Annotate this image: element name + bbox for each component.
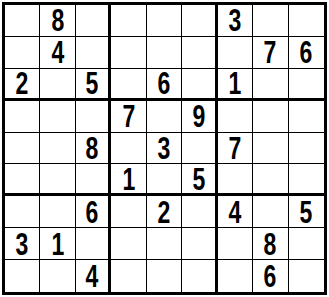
cell-r9c7[interactable] [218, 260, 253, 292]
cell-r6c7[interactable] [218, 164, 253, 196]
given-digit: 3 [158, 133, 171, 164]
cell-r8c4[interactable] [111, 228, 146, 260]
cell-r7c8[interactable] [253, 196, 288, 228]
given-digit: 5 [300, 196, 313, 227]
cell-r6c5[interactable] [147, 164, 182, 196]
sudoku-board: 8347625617983715624531846 [2, 2, 327, 295]
cell-r8c1[interactable]: 3 [5, 228, 40, 260]
cell-r9c4[interactable] [111, 260, 146, 292]
cell-r9c2[interactable] [40, 260, 75, 292]
cell-r3c4[interactable] [111, 69, 146, 101]
cell-r3c7[interactable]: 1 [218, 69, 253, 101]
given-digit: 6 [300, 37, 313, 68]
cell-r7c1[interactable] [5, 196, 40, 228]
cell-r4c8[interactable] [253, 101, 288, 133]
cell-r3c8[interactable] [253, 69, 288, 101]
cell-r1c6[interactable] [182, 5, 217, 37]
cell-r3c9[interactable] [289, 69, 324, 101]
cell-r7c2[interactable] [40, 196, 75, 228]
cell-r5c3[interactable]: 8 [76, 133, 111, 165]
cell-r8c7[interactable] [218, 228, 253, 260]
cell-r9c9[interactable] [289, 260, 324, 292]
cell-r7c9[interactable]: 5 [289, 196, 324, 228]
cell-r5c2[interactable] [40, 133, 75, 165]
cell-r1c8[interactable] [253, 5, 288, 37]
cell-r9c5[interactable] [147, 260, 182, 292]
cell-r7c3[interactable]: 6 [76, 196, 111, 228]
given-digit: 5 [86, 69, 99, 99]
cell-r5c4[interactable] [111, 133, 146, 165]
given-digit: 5 [192, 164, 205, 194]
cell-r8c2[interactable]: 1 [40, 228, 75, 260]
given-digit: 3 [16, 228, 29, 259]
cell-r2c3[interactable] [76, 37, 111, 69]
cell-r4c3[interactable] [76, 101, 111, 133]
cell-r7c5[interactable]: 2 [147, 196, 182, 228]
given-digit: 8 [264, 228, 277, 259]
cell-r3c2[interactable] [40, 69, 75, 101]
cell-r2c7[interactable] [218, 37, 253, 69]
cell-r5c1[interactable] [5, 133, 40, 165]
cell-r6c1[interactable] [5, 164, 40, 196]
cell-r5c6[interactable] [182, 133, 217, 165]
cell-r7c7[interactable]: 4 [218, 196, 253, 228]
cell-r2c9[interactable]: 6 [289, 37, 324, 69]
cell-r5c5[interactable]: 3 [147, 133, 182, 165]
given-digit: 2 [158, 196, 171, 227]
given-digit: 1 [51, 228, 64, 259]
cell-r1c2[interactable]: 8 [40, 5, 75, 37]
sudoku-puzzle: 8347625617983715624531846 [0, 0, 329, 297]
cell-r2c1[interactable] [5, 37, 40, 69]
cell-r3c3[interactable]: 5 [76, 69, 111, 101]
cell-r8c9[interactable] [289, 228, 324, 260]
cell-r4c1[interactable] [5, 101, 40, 133]
given-digit: 2 [16, 69, 29, 99]
cell-r2c2[interactable]: 4 [40, 37, 75, 69]
cell-r4c9[interactable] [289, 101, 324, 133]
given-digit: 7 [264, 37, 277, 68]
given-digit: 4 [86, 260, 99, 292]
cell-r1c4[interactable] [111, 5, 146, 37]
given-digit: 8 [86, 133, 99, 164]
cell-r2c8[interactable]: 7 [253, 37, 288, 69]
cell-r6c6[interactable]: 5 [182, 164, 217, 196]
cell-r1c9[interactable] [289, 5, 324, 37]
given-digit: 4 [51, 37, 64, 68]
cell-r4c4[interactable]: 7 [111, 101, 146, 133]
cell-r3c6[interactable] [182, 69, 217, 101]
cell-r1c5[interactable] [147, 5, 182, 37]
given-digit: 1 [228, 69, 241, 99]
cell-r4c6[interactable]: 9 [182, 101, 217, 133]
cell-r9c6[interactable] [182, 260, 217, 292]
cell-r5c8[interactable] [253, 133, 288, 165]
given-digit: 1 [122, 164, 135, 194]
cell-r2c5[interactable] [147, 37, 182, 69]
cell-r1c7[interactable]: 3 [218, 5, 253, 37]
given-digit: 6 [264, 260, 277, 292]
cell-r9c8[interactable]: 6 [253, 260, 288, 292]
cell-r8c3[interactable] [76, 228, 111, 260]
cell-r4c7[interactable] [218, 101, 253, 133]
cell-r9c3[interactable]: 4 [76, 260, 111, 292]
cell-r5c9[interactable] [289, 133, 324, 165]
given-digit: 6 [158, 69, 171, 99]
cell-r9c1[interactable] [5, 260, 40, 292]
given-digit: 8 [51, 5, 64, 36]
cell-r4c2[interactable] [40, 101, 75, 133]
given-digit: 6 [86, 196, 99, 227]
cell-r6c9[interactable] [289, 164, 324, 196]
cell-r2c6[interactable] [182, 37, 217, 69]
cell-r3c1[interactable]: 2 [5, 69, 40, 101]
cell-r2c4[interactable] [111, 37, 146, 69]
given-digit: 7 [122, 101, 135, 132]
given-digit: 3 [228, 5, 241, 36]
cell-r1c3[interactable] [76, 5, 111, 37]
cell-r7c4[interactable] [111, 196, 146, 228]
cell-r8c6[interactable] [182, 228, 217, 260]
cell-r6c4[interactable]: 1 [111, 164, 146, 196]
cell-r5c7[interactable]: 7 [218, 133, 253, 165]
given-digit: 7 [228, 133, 241, 164]
cell-r7c6[interactable] [182, 196, 217, 228]
cell-r1c1[interactable] [5, 5, 40, 37]
cell-r4c5[interactable] [147, 101, 182, 133]
given-digit: 4 [228, 196, 241, 227]
given-digit: 9 [192, 101, 205, 132]
cell-r8c5[interactable] [147, 228, 182, 260]
cell-r8c8[interactable]: 8 [253, 228, 288, 260]
cell-r6c2[interactable] [40, 164, 75, 196]
cell-r3c5[interactable]: 6 [147, 69, 182, 101]
cell-r6c3[interactable] [76, 164, 111, 196]
cell-r6c8[interactable] [253, 164, 288, 196]
